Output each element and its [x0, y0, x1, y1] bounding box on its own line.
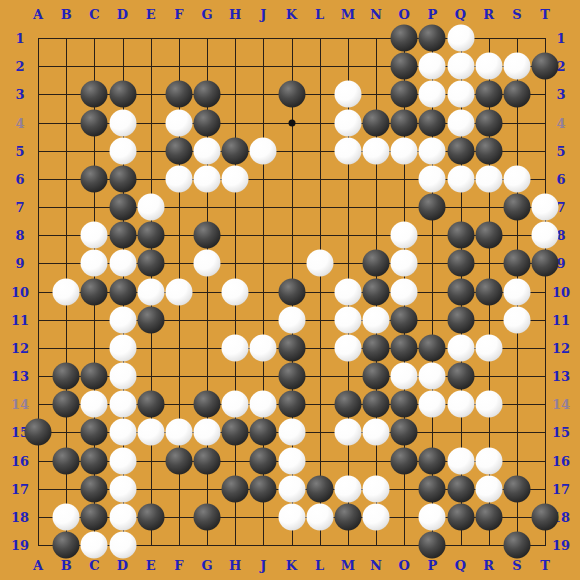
black-stone-Q13[interactable] [447, 363, 474, 390]
col-label-top: M [341, 8, 355, 21]
col-label-bottom: Q [455, 559, 466, 572]
black-stone-S9[interactable] [503, 250, 530, 277]
white-stone-R16[interactable] [475, 447, 502, 474]
white-stone-F6[interactable] [165, 165, 192, 192]
white-stone-D14[interactable] [109, 391, 136, 418]
black-stone-T2[interactable] [532, 53, 559, 80]
row-label-right: 19 [552, 539, 570, 552]
white-stone-P2[interactable] [419, 53, 446, 80]
black-stone-F3[interactable] [165, 81, 192, 108]
black-stone-B16[interactable] [53, 447, 80, 474]
black-stone-H5[interactable] [222, 137, 249, 164]
row-label-right: 6 [556, 172, 565, 185]
row-label-left: 6 [15, 172, 24, 185]
white-stone-J5[interactable] [250, 137, 277, 164]
row-label-right: 13 [552, 370, 570, 383]
white-stone-D4[interactable] [109, 109, 136, 136]
white-stone-O10[interactable] [391, 278, 418, 305]
col-label-bottom: T [540, 559, 550, 572]
white-stone-K11[interactable] [278, 306, 305, 333]
col-label-top: H [229, 8, 241, 21]
white-stone-P6[interactable] [419, 165, 446, 192]
white-stone-M3[interactable] [334, 81, 361, 108]
black-stone-B13[interactable] [53, 363, 80, 390]
black-stone-P12[interactable] [419, 334, 446, 361]
row-label-right: 15 [552, 426, 570, 439]
col-label-top: T [540, 8, 550, 21]
white-stone-M17[interactable] [334, 475, 361, 502]
white-stone-G9[interactable] [194, 250, 221, 277]
white-stone-G5[interactable] [194, 137, 221, 164]
black-stone-O3[interactable] [391, 81, 418, 108]
white-stone-P3[interactable] [419, 81, 446, 108]
row-label-right: 10 [552, 285, 570, 298]
white-stone-P14[interactable] [419, 391, 446, 418]
black-stone-D3[interactable] [109, 81, 136, 108]
col-label-top: O [398, 8, 409, 21]
row-label-left: 1 [15, 32, 24, 45]
row-label-left: 3 [15, 88, 24, 101]
black-stone-D10[interactable] [109, 278, 136, 305]
col-label-top: A [33, 8, 43, 21]
white-stone-B10[interactable] [53, 278, 80, 305]
black-stone-M14[interactable] [334, 391, 361, 418]
black-stone-C17[interactable] [81, 475, 108, 502]
black-stone-P7[interactable] [419, 194, 446, 221]
col-label-bottom: C [89, 559, 99, 572]
white-stone-O9[interactable] [391, 250, 418, 277]
row-label-left: 13 [11, 370, 29, 383]
black-stone-L17[interactable] [306, 475, 333, 502]
black-stone-E18[interactable] [137, 503, 164, 530]
col-label-top: K [286, 8, 297, 21]
black-stone-E11[interactable] [137, 306, 164, 333]
col-label-bottom: K [286, 559, 297, 572]
white-stone-G6[interactable] [194, 165, 221, 192]
row-label-right: 1 [556, 32, 565, 45]
white-stone-J12[interactable] [250, 334, 277, 361]
black-stone-K13[interactable] [278, 363, 305, 390]
white-stone-D12[interactable] [109, 334, 136, 361]
black-stone-G18[interactable] [194, 503, 221, 530]
white-stone-E15[interactable] [137, 419, 164, 446]
row-label-left: 9 [15, 257, 24, 270]
white-stone-M12[interactable] [334, 334, 361, 361]
white-stone-P18[interactable] [419, 503, 446, 530]
col-label-bottom: D [117, 559, 128, 572]
white-stone-C14[interactable] [81, 391, 108, 418]
black-stone-P4[interactable] [419, 109, 446, 136]
black-stone-E9[interactable] [137, 250, 164, 277]
black-stone-S7[interactable] [503, 194, 530, 221]
white-stone-Q2[interactable] [447, 53, 474, 80]
black-stone-C4[interactable] [81, 109, 108, 136]
black-stone-E8[interactable] [137, 222, 164, 249]
black-stone-A15[interactable] [25, 419, 52, 446]
white-stone-S2[interactable] [503, 53, 530, 80]
row-label-left: 14 [11, 398, 29, 411]
white-stone-Q1[interactable] [447, 25, 474, 52]
black-stone-K10[interactable] [278, 278, 305, 305]
white-stone-R14[interactable] [475, 391, 502, 418]
row-label-right: 5 [556, 144, 565, 157]
white-stone-M4[interactable] [334, 109, 361, 136]
black-stone-P17[interactable] [419, 475, 446, 502]
white-stone-T7[interactable] [532, 194, 559, 221]
black-stone-J17[interactable] [250, 475, 277, 502]
grid-line-vertical [545, 38, 546, 546]
white-stone-R12[interactable] [475, 334, 502, 361]
white-stone-Q6[interactable] [447, 165, 474, 192]
black-stone-Q10[interactable] [447, 278, 474, 305]
white-stone-D13[interactable] [109, 363, 136, 390]
black-stone-Q18[interactable] [447, 503, 474, 530]
row-label-left: 8 [15, 229, 24, 242]
col-label-top: G [201, 8, 212, 21]
white-stone-J14[interactable] [250, 391, 277, 418]
white-stone-E7[interactable] [137, 194, 164, 221]
white-stone-D19[interactable] [109, 532, 136, 559]
black-stone-E14[interactable] [137, 391, 164, 418]
black-stone-G4[interactable] [194, 109, 221, 136]
white-stone-Q14[interactable] [447, 391, 474, 418]
row-label-left: 12 [11, 341, 29, 354]
black-stone-R3[interactable] [475, 81, 502, 108]
row-label-right: 11 [552, 313, 570, 326]
black-stone-O15[interactable] [391, 419, 418, 446]
row-label-left: 7 [15, 201, 24, 214]
white-stone-F10[interactable] [165, 278, 192, 305]
col-label-bottom: A [33, 559, 43, 572]
col-label-bottom: H [229, 559, 241, 572]
black-stone-O14[interactable] [391, 391, 418, 418]
white-stone-B18[interactable] [53, 503, 80, 530]
white-stone-D17[interactable] [109, 475, 136, 502]
white-stone-K18[interactable] [278, 503, 305, 530]
white-stone-M10[interactable] [334, 278, 361, 305]
black-stone-O2[interactable] [391, 53, 418, 80]
black-stone-P19[interactable] [419, 532, 446, 559]
col-label-top: L [315, 8, 324, 21]
white-stone-M5[interactable] [334, 137, 361, 164]
col-label-bottom: G [201, 559, 212, 572]
row-label-right: 14 [552, 398, 570, 411]
white-stone-Q16[interactable] [447, 447, 474, 474]
white-stone-P5[interactable] [419, 137, 446, 164]
row-label-left: 10 [11, 285, 29, 298]
col-label-bottom: F [174, 559, 183, 572]
col-label-top: S [512, 8, 521, 21]
black-stone-H17[interactable] [222, 475, 249, 502]
white-stone-S10[interactable] [503, 278, 530, 305]
black-stone-C18[interactable] [81, 503, 108, 530]
col-label-top: D [117, 8, 128, 21]
black-stone-D7[interactable] [109, 194, 136, 221]
black-stone-Q8[interactable] [447, 222, 474, 249]
white-stone-N15[interactable] [363, 419, 390, 446]
black-stone-O4[interactable] [391, 109, 418, 136]
white-stone-S11[interactable] [503, 306, 530, 333]
black-stone-C3[interactable] [81, 81, 108, 108]
black-stone-Q9[interactable] [447, 250, 474, 277]
white-stone-R17[interactable] [475, 475, 502, 502]
white-stone-N17[interactable] [363, 475, 390, 502]
black-stone-G8[interactable] [194, 222, 221, 249]
white-stone-C19[interactable] [81, 532, 108, 559]
white-stone-L9[interactable] [306, 250, 333, 277]
black-stone-H15[interactable] [222, 419, 249, 446]
col-label-top: F [174, 8, 183, 21]
black-stone-C6[interactable] [81, 165, 108, 192]
black-stone-R18[interactable] [475, 503, 502, 530]
black-stone-O1[interactable] [391, 25, 418, 52]
white-stone-P13[interactable] [419, 363, 446, 390]
black-stone-C15[interactable] [81, 419, 108, 446]
col-label-top: Q [455, 8, 466, 21]
white-stone-D5[interactable] [109, 137, 136, 164]
black-stone-T18[interactable] [532, 503, 559, 530]
black-stone-O16[interactable] [391, 447, 418, 474]
white-stone-K15[interactable] [278, 419, 305, 446]
white-stone-H12[interactable] [222, 334, 249, 361]
row-label-right: 17 [552, 482, 570, 495]
row-label-right: 4 [556, 116, 565, 129]
black-stone-O12[interactable] [391, 334, 418, 361]
black-stone-Q17[interactable] [447, 475, 474, 502]
white-stone-R2[interactable] [475, 53, 502, 80]
col-label-top: R [483, 8, 494, 21]
black-stone-S19[interactable] [503, 532, 530, 559]
col-label-bottom: O [398, 559, 409, 572]
row-label-right: 3 [556, 88, 565, 101]
col-label-bottom: B [61, 559, 72, 572]
black-stone-K3[interactable] [278, 81, 305, 108]
white-stone-D11[interactable] [109, 306, 136, 333]
black-stone-K12[interactable] [278, 334, 305, 361]
white-stone-G15[interactable] [194, 419, 221, 446]
white-stone-S6[interactable] [503, 165, 530, 192]
go-board: AABBCCDDEEFFGGHHJJKKLLMMNNOOPPQQRRSSTT11… [0, 0, 580, 580]
black-stone-C16[interactable] [81, 447, 108, 474]
white-stone-F4[interactable] [165, 109, 192, 136]
col-label-bottom: R [483, 559, 494, 572]
white-stone-N5[interactable] [363, 137, 390, 164]
black-stone-P1[interactable] [419, 25, 446, 52]
row-label-left: 11 [11, 313, 29, 326]
black-stone-R5[interactable] [475, 137, 502, 164]
black-stone-T9[interactable] [532, 250, 559, 277]
black-stone-S3[interactable] [503, 81, 530, 108]
grid-line-vertical [320, 38, 321, 546]
col-label-top: E [146, 8, 156, 21]
black-stone-R10[interactable] [475, 278, 502, 305]
white-stone-O5[interactable] [391, 137, 418, 164]
col-label-bottom: E [146, 559, 156, 572]
row-label-left: 5 [15, 144, 24, 157]
col-label-top: B [61, 8, 72, 21]
black-stone-J15[interactable] [250, 419, 277, 446]
row-label-left: 19 [11, 539, 29, 552]
white-stone-Q12[interactable] [447, 334, 474, 361]
black-stone-Q5[interactable] [447, 137, 474, 164]
star-point [288, 119, 295, 126]
white-stone-N11[interactable] [363, 306, 390, 333]
black-stone-F5[interactable] [165, 137, 192, 164]
black-stone-C10[interactable] [81, 278, 108, 305]
black-stone-S17[interactable] [503, 475, 530, 502]
white-stone-E10[interactable] [137, 278, 164, 305]
white-stone-D18[interactable] [109, 503, 136, 530]
white-stone-T8[interactable] [532, 222, 559, 249]
black-stone-B14[interactable] [53, 391, 80, 418]
white-stone-H14[interactable] [222, 391, 249, 418]
black-stone-K14[interactable] [278, 391, 305, 418]
row-label-left: 16 [11, 454, 29, 467]
row-label-left: 4 [15, 116, 24, 129]
white-stone-O8[interactable] [391, 222, 418, 249]
black-stone-B19[interactable] [53, 532, 80, 559]
black-stone-M18[interactable] [334, 503, 361, 530]
col-label-bottom: M [341, 559, 355, 572]
col-label-top: P [427, 8, 437, 21]
col-label-bottom: S [512, 559, 521, 572]
black-stone-N14[interactable] [363, 391, 390, 418]
black-stone-C13[interactable] [81, 363, 108, 390]
white-stone-H6[interactable] [222, 165, 249, 192]
row-label-right: 12 [552, 341, 570, 354]
black-stone-O11[interactable] [391, 306, 418, 333]
white-stone-C8[interactable] [81, 222, 108, 249]
row-label-left: 17 [11, 482, 29, 495]
white-stone-Q4[interactable] [447, 109, 474, 136]
white-stone-N18[interactable] [363, 503, 390, 530]
black-stone-N12[interactable] [363, 334, 390, 361]
white-stone-Q3[interactable] [447, 81, 474, 108]
white-stone-F15[interactable] [165, 419, 192, 446]
black-stone-F16[interactable] [165, 447, 192, 474]
white-stone-M11[interactable] [334, 306, 361, 333]
black-stone-G16[interactable] [194, 447, 221, 474]
col-label-top: C [89, 8, 99, 21]
black-stone-N10[interactable] [363, 278, 390, 305]
white-stone-H10[interactable] [222, 278, 249, 305]
black-stone-N13[interactable] [363, 363, 390, 390]
row-label-left: 2 [15, 60, 24, 73]
white-stone-D9[interactable] [109, 250, 136, 277]
black-stone-N9[interactable] [363, 250, 390, 277]
black-stone-R8[interactable] [475, 222, 502, 249]
white-stone-K17[interactable] [278, 475, 305, 502]
row-label-left: 18 [11, 510, 29, 523]
row-label-right: 16 [552, 454, 570, 467]
col-label-bottom: N [370, 559, 382, 572]
black-stone-P16[interactable] [419, 447, 446, 474]
white-stone-D15[interactable] [109, 419, 136, 446]
black-stone-Q11[interactable] [447, 306, 474, 333]
white-stone-L18[interactable] [306, 503, 333, 530]
white-stone-O13[interactable] [391, 363, 418, 390]
black-stone-R4[interactable] [475, 109, 502, 136]
black-stone-N4[interactable] [363, 109, 390, 136]
black-stone-J16[interactable] [250, 447, 277, 474]
col-label-bottom: J [260, 559, 266, 572]
black-stone-G14[interactable] [194, 391, 221, 418]
col-label-top: N [370, 8, 382, 21]
white-stone-D16[interactable] [109, 447, 136, 474]
white-stone-M15[interactable] [334, 419, 361, 446]
col-label-top: J [260, 8, 266, 21]
black-stone-G3[interactable] [194, 81, 221, 108]
col-label-bottom: L [315, 559, 324, 572]
white-stone-K16[interactable] [278, 447, 305, 474]
black-stone-D8[interactable] [109, 222, 136, 249]
col-label-bottom: P [427, 559, 437, 572]
black-stone-D6[interactable] [109, 165, 136, 192]
white-stone-C9[interactable] [81, 250, 108, 277]
white-stone-R6[interactable] [475, 165, 502, 192]
